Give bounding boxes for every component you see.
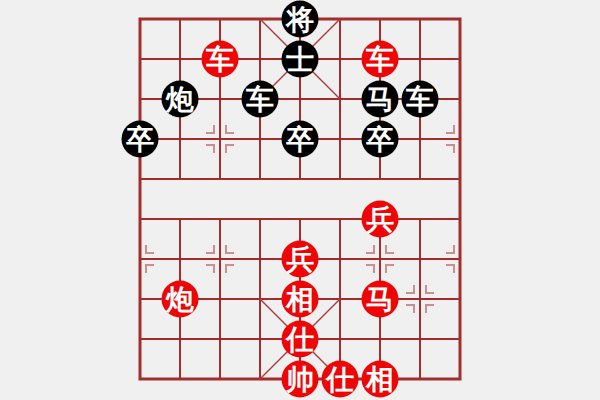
intersection-4-1[interactable]: 士 bbox=[280, 39, 320, 79]
red-chariot[interactable]: 车 bbox=[362, 41, 399, 78]
intersection-1-9[interactable] bbox=[160, 359, 200, 399]
intersection-3-0[interactable] bbox=[240, 0, 280, 39]
intersection-1-1[interactable] bbox=[160, 39, 200, 79]
intersection-4-6[interactable]: 兵 bbox=[280, 239, 320, 279]
intersection-8-2[interactable] bbox=[440, 79, 480, 119]
intersection-8-1[interactable] bbox=[440, 39, 480, 79]
intersection-5-1[interactable] bbox=[320, 39, 360, 79]
red-advisor[interactable]: 仕 bbox=[282, 321, 319, 358]
intersection-5-5[interactable] bbox=[320, 199, 360, 239]
intersection-4-8[interactable]: 仕 bbox=[280, 319, 320, 359]
intersection-6-6[interactable] bbox=[360, 239, 400, 279]
black-cannon[interactable]: 炮 bbox=[162, 81, 199, 118]
black-soldier[interactable]: 卒 bbox=[282, 121, 319, 158]
intersection-5-6[interactable] bbox=[320, 239, 360, 279]
intersection-2-9[interactable] bbox=[200, 359, 240, 399]
intersection-0-2[interactable] bbox=[120, 79, 160, 119]
intersection-8-8[interactable] bbox=[440, 319, 480, 359]
intersection-6-0[interactable] bbox=[360, 0, 400, 39]
red-chariot[interactable]: 车 bbox=[202, 41, 239, 78]
intersection-3-3[interactable] bbox=[240, 119, 280, 159]
intersection-1-3[interactable] bbox=[160, 119, 200, 159]
intersection-8-0[interactable] bbox=[440, 0, 480, 39]
intersection-1-6[interactable] bbox=[160, 239, 200, 279]
intersection-0-0[interactable] bbox=[120, 0, 160, 39]
intersection-7-0[interactable] bbox=[400, 0, 440, 39]
board-intersections: 将车士车炮车马车卒卒卒兵兵炮相马仕帅仕相 bbox=[120, 0, 480, 399]
intersection-2-6[interactable] bbox=[200, 239, 240, 279]
intersection-1-0[interactable] bbox=[160, 0, 200, 39]
intersection-1-8[interactable] bbox=[160, 319, 200, 359]
intersection-4-3[interactable]: 卒 bbox=[280, 119, 320, 159]
intersection-2-8[interactable] bbox=[200, 319, 240, 359]
intersection-8-4[interactable] bbox=[440, 159, 480, 199]
intersection-7-3[interactable] bbox=[400, 119, 440, 159]
intersection-4-4[interactable] bbox=[280, 159, 320, 199]
intersection-1-5[interactable] bbox=[160, 199, 200, 239]
intersection-6-3[interactable]: 卒 bbox=[360, 119, 400, 159]
red-elephant[interactable]: 相 bbox=[362, 361, 399, 398]
intersection-4-7[interactable]: 相 bbox=[280, 279, 320, 319]
intersection-7-5[interactable] bbox=[400, 199, 440, 239]
intersection-2-3[interactable] bbox=[200, 119, 240, 159]
intersection-5-9[interactable]: 仕 bbox=[320, 359, 360, 399]
intersection-5-7[interactable] bbox=[320, 279, 360, 319]
intersection-7-1[interactable] bbox=[400, 39, 440, 79]
intersection-3-9[interactable] bbox=[240, 359, 280, 399]
intersection-6-1[interactable]: 车 bbox=[360, 39, 400, 79]
intersection-2-1[interactable]: 车 bbox=[200, 39, 240, 79]
intersection-1-4[interactable] bbox=[160, 159, 200, 199]
intersection-6-5[interactable]: 兵 bbox=[360, 199, 400, 239]
intersection-2-0[interactable] bbox=[200, 0, 240, 39]
black-horse[interactable]: 马 bbox=[362, 81, 399, 118]
intersection-8-5[interactable] bbox=[440, 199, 480, 239]
red-advisor[interactable]: 仕 bbox=[322, 361, 359, 398]
black-chariot[interactable]: 车 bbox=[402, 81, 439, 118]
intersection-7-8[interactable] bbox=[400, 319, 440, 359]
intersection-6-4[interactable] bbox=[360, 159, 400, 199]
intersection-5-4[interactable] bbox=[320, 159, 360, 199]
red-elephant[interactable]: 相 bbox=[282, 281, 319, 318]
black-soldier[interactable]: 卒 bbox=[362, 121, 399, 158]
intersection-8-9[interactable] bbox=[440, 359, 480, 399]
intersection-4-0[interactable]: 将 bbox=[280, 0, 320, 39]
xiangqi-board-screen: 将车士车炮车马车卒卒卒兵兵炮相马仕帅仕相 bbox=[0, 0, 600, 400]
intersection-4-5[interactable] bbox=[280, 199, 320, 239]
intersection-2-7[interactable] bbox=[200, 279, 240, 319]
intersection-3-2[interactable]: 车 bbox=[240, 79, 280, 119]
intersection-0-3[interactable]: 卒 bbox=[120, 119, 160, 159]
intersection-4-2[interactable] bbox=[280, 79, 320, 119]
intersection-5-0[interactable] bbox=[320, 0, 360, 39]
intersection-5-8[interactable] bbox=[320, 319, 360, 359]
intersection-1-7[interactable]: 炮 bbox=[160, 279, 200, 319]
intersection-5-3[interactable] bbox=[320, 119, 360, 159]
intersection-5-2[interactable] bbox=[320, 79, 360, 119]
intersection-8-7[interactable] bbox=[440, 279, 480, 319]
intersection-0-6[interactable] bbox=[120, 239, 160, 279]
intersection-7-6[interactable] bbox=[400, 239, 440, 279]
intersection-8-3[interactable] bbox=[440, 119, 480, 159]
intersection-6-8[interactable] bbox=[360, 319, 400, 359]
intersection-3-8[interactable] bbox=[240, 319, 280, 359]
red-soldier[interactable]: 兵 bbox=[362, 201, 399, 238]
black-advisor[interactable]: 士 bbox=[282, 41, 319, 78]
red-cannon[interactable]: 炮 bbox=[162, 281, 199, 318]
intersection-2-2[interactable] bbox=[200, 79, 240, 119]
intersection-0-8[interactable] bbox=[120, 319, 160, 359]
red-horse[interactable]: 马 bbox=[362, 281, 399, 318]
intersection-1-2[interactable]: 炮 bbox=[160, 79, 200, 119]
intersection-6-9[interactable]: 相 bbox=[360, 359, 400, 399]
intersection-7-2[interactable]: 车 bbox=[400, 79, 440, 119]
intersection-2-4[interactable] bbox=[200, 159, 240, 199]
intersection-6-2[interactable]: 马 bbox=[360, 79, 400, 119]
intersection-3-5[interactable] bbox=[240, 199, 280, 239]
black-general[interactable]: 将 bbox=[282, 1, 319, 38]
black-chariot[interactable]: 车 bbox=[242, 81, 279, 118]
intersection-0-4[interactable] bbox=[120, 159, 160, 199]
intersection-3-4[interactable] bbox=[240, 159, 280, 199]
intersection-0-7[interactable] bbox=[120, 279, 160, 319]
intersection-0-1[interactable] bbox=[120, 39, 160, 79]
intersection-4-9[interactable]: 帅 bbox=[280, 359, 320, 399]
intersection-3-6[interactable] bbox=[240, 239, 280, 279]
red-king[interactable]: 帅 bbox=[282, 361, 319, 398]
intersection-0-9[interactable] bbox=[120, 359, 160, 399]
intersection-7-7[interactable] bbox=[400, 279, 440, 319]
intersection-3-1[interactable] bbox=[240, 39, 280, 79]
intersection-0-5[interactable] bbox=[120, 199, 160, 239]
intersection-6-7[interactable]: 马 bbox=[360, 279, 400, 319]
red-soldier[interactable]: 兵 bbox=[282, 241, 319, 278]
intersection-8-6[interactable] bbox=[440, 239, 480, 279]
intersection-7-9[interactable] bbox=[400, 359, 440, 399]
intersection-7-4[interactable] bbox=[400, 159, 440, 199]
intersection-3-7[interactable] bbox=[240, 279, 280, 319]
black-soldier[interactable]: 卒 bbox=[122, 121, 159, 158]
intersection-2-5[interactable] bbox=[200, 199, 240, 239]
